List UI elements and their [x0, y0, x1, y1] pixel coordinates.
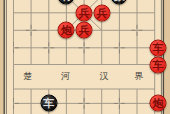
piece-red-soldier[interactable]: 兵 [93, 4, 110, 21]
piece-red-chariot[interactable]: 车 [150, 39, 167, 56]
river-label-han: 汉 [100, 71, 109, 80]
piece-red-soldier[interactable]: 兵 [76, 22, 93, 39]
piece-red-cannon[interactable]: 炮 [150, 95, 167, 112]
river-label-jie: 界 [135, 71, 144, 80]
piece-red-chariot[interactable]: 车 [150, 56, 167, 73]
piece-black-chariot[interactable]: 车 [40, 95, 57, 112]
piece-red-cannon[interactable]: 炮 [58, 22, 75, 39]
river-label-chu: 楚 [24, 71, 33, 80]
xiangqi-board: 楚 河 汉 界 将象兵兵炮兵车车车炮 [0, 0, 170, 114]
piece-red-soldier[interactable]: 兵 [76, 4, 93, 21]
river-label-he: 河 [61, 71, 70, 80]
